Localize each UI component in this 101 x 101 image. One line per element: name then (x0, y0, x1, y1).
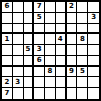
cell-r2c3[interactable] (24, 13, 35, 24)
cell-r7c7[interactable]: 9 (67, 67, 78, 78)
cell-r2c2[interactable] (13, 13, 24, 24)
cell-r2c1[interactable] (2, 13, 13, 24)
cell-r5c8[interactable] (77, 45, 88, 56)
cell-r2c4[interactable]: 5 (34, 13, 45, 24)
cell-r7c8[interactable]: 5 (77, 67, 88, 78)
cell-r7c4[interactable] (34, 67, 45, 78)
cell-r8c8[interactable] (77, 77, 88, 88)
cell-r1c3[interactable] (24, 2, 35, 13)
cell-r9c2[interactable] (13, 88, 24, 99)
cell-r8c2[interactable]: 3 (13, 77, 24, 88)
cell-r8c3[interactable] (24, 77, 35, 88)
cell-r4c3[interactable] (24, 34, 35, 45)
cell-r6c7[interactable] (67, 56, 78, 67)
cell-r3c1[interactable] (2, 24, 13, 35)
cell-r5c3[interactable]: 5 (24, 45, 35, 56)
cell-r3c7[interactable] (67, 24, 78, 35)
cell-r2c7[interactable] (67, 13, 78, 24)
cell-r1c6[interactable] (56, 2, 67, 13)
sudoku-board: 67253148536895237 (0, 0, 101, 101)
cell-r3c8[interactable] (77, 24, 88, 35)
cell-r8c5[interactable] (45, 77, 56, 88)
cell-r9c7[interactable] (67, 88, 78, 99)
cell-r7c3[interactable] (24, 67, 35, 78)
cell-r9c9[interactable] (88, 88, 99, 99)
cell-r6c2[interactable] (13, 56, 24, 67)
cell-r3c5[interactable] (45, 24, 56, 35)
cell-r8c4[interactable] (34, 77, 45, 88)
cell-r7c1[interactable] (2, 67, 13, 78)
cell-r9c4[interactable] (34, 88, 45, 99)
cell-r4c1[interactable]: 1 (2, 34, 13, 45)
cell-r2c9[interactable]: 3 (88, 13, 99, 24)
cell-r7c9[interactable] (88, 67, 99, 78)
cell-r4c8[interactable]: 8 (77, 34, 88, 45)
cell-r2c8[interactable] (77, 13, 88, 24)
cell-r1c8[interactable] (77, 2, 88, 13)
cell-r4c5[interactable] (45, 34, 56, 45)
cell-r4c4[interactable] (34, 34, 45, 45)
cell-r7c5[interactable]: 8 (45, 67, 56, 78)
cell-r7c6[interactable] (56, 67, 67, 78)
cell-r9c1[interactable]: 7 (2, 88, 13, 99)
cell-r8c6[interactable] (56, 77, 67, 88)
cell-r5c5[interactable] (45, 45, 56, 56)
cell-r4c7[interactable] (67, 34, 78, 45)
cell-r6c1[interactable] (2, 56, 13, 67)
cell-r1c7[interactable]: 2 (67, 2, 78, 13)
cell-r4c9[interactable] (88, 34, 99, 45)
cell-r4c6[interactable]: 4 (56, 34, 67, 45)
cell-r5c6[interactable] (56, 45, 67, 56)
cell-r5c2[interactable] (13, 45, 24, 56)
cell-r6c8[interactable] (77, 56, 88, 67)
cell-r3c4[interactable] (34, 24, 45, 35)
cell-r1c4[interactable]: 7 (34, 2, 45, 13)
cell-r4c2[interactable] (13, 34, 24, 45)
cell-r5c9[interactable] (88, 45, 99, 56)
cell-r1c2[interactable] (13, 2, 24, 13)
cell-r5c7[interactable] (67, 45, 78, 56)
cell-r5c1[interactable] (2, 45, 13, 56)
cell-r8c1[interactable]: 2 (2, 77, 13, 88)
cell-r1c1[interactable]: 6 (2, 2, 13, 13)
cell-r9c5[interactable] (45, 88, 56, 99)
cell-r9c6[interactable] (56, 88, 67, 99)
cell-r6c4[interactable]: 6 (34, 56, 45, 67)
cell-r7c2[interactable] (13, 67, 24, 78)
cell-r3c9[interactable] (88, 24, 99, 35)
cell-r8c7[interactable] (67, 77, 78, 88)
cell-r5c4[interactable]: 3 (34, 45, 45, 56)
cell-r6c9[interactable] (88, 56, 99, 67)
cell-r6c5[interactable] (45, 56, 56, 67)
cell-r1c9[interactable] (88, 2, 99, 13)
cell-r6c3[interactable] (24, 56, 35, 67)
cell-r6c6[interactable] (56, 56, 67, 67)
cell-r1c5[interactable] (45, 2, 56, 13)
cell-r9c8[interactable] (77, 88, 88, 99)
cell-r8c9[interactable] (88, 77, 99, 88)
cell-r3c3[interactable] (24, 24, 35, 35)
cell-r2c5[interactable] (45, 13, 56, 24)
cell-r2c6[interactable] (56, 13, 67, 24)
cell-r3c6[interactable] (56, 24, 67, 35)
cell-r3c2[interactable] (13, 24, 24, 35)
cell-r9c3[interactable] (24, 88, 35, 99)
